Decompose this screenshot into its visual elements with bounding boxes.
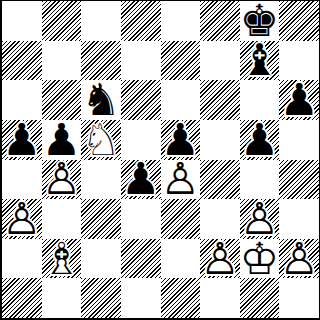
piece-white-pawn[interactable]: ♟♙ [240, 199, 280, 239]
square-b1[interactable] [42, 278, 82, 318]
square-h4[interactable] [279, 160, 319, 200]
square-f3[interactable] [200, 199, 240, 239]
square-b4[interactable]: ♟♙ [42, 160, 82, 200]
square-e5[interactable]: ♟♟ [161, 120, 201, 160]
square-e6[interactable] [161, 80, 201, 120]
square-e1[interactable] [161, 278, 201, 318]
white-pawn-icon: ♙ [2, 199, 42, 239]
white-pawn-halo: ♟ [161, 160, 201, 200]
square-f8[interactable] [200, 1, 240, 41]
black-king-icon: ♚ [240, 1, 280, 41]
piece-black-pawn[interactable]: ♟♟ [240, 120, 280, 160]
square-a8[interactable] [2, 1, 42, 41]
piece-black-pawn[interactable]: ♟♟ [279, 80, 319, 120]
white-pawn-halo: ♟ [2, 199, 42, 239]
white-pawn-halo: ♟ [240, 199, 280, 239]
black-pawn-halo: ♟ [279, 80, 319, 120]
white-king-halo: ♚ [240, 239, 280, 279]
square-g2[interactable]: ♚♔ [240, 239, 280, 279]
piece-white-pawn[interactable]: ♟♙ [42, 160, 82, 200]
black-pawn-icon: ♟ [42, 120, 82, 160]
square-g1[interactable] [240, 278, 280, 318]
square-c3[interactable] [81, 199, 121, 239]
square-d2[interactable] [121, 239, 161, 279]
black-king-halo: ♚ [240, 1, 280, 41]
square-h2[interactable]: ♟♙ [279, 239, 319, 279]
square-h1[interactable] [279, 278, 319, 318]
black-pawn-halo: ♟ [2, 120, 42, 160]
piece-white-pawn[interactable]: ♟♙ [161, 160, 201, 200]
piece-black-knight[interactable]: ♞♞ [81, 80, 121, 120]
square-e7[interactable] [161, 41, 201, 81]
square-a3[interactable]: ♟♙ [2, 199, 42, 239]
piece-white-knight[interactable]: ♞♘ [81, 120, 121, 160]
square-e8[interactable] [161, 1, 201, 41]
black-pawn-halo: ♟ [240, 120, 280, 160]
square-d5[interactable] [121, 120, 161, 160]
square-g3[interactable]: ♟♙ [240, 199, 280, 239]
white-pawn-icon: ♙ [161, 160, 201, 200]
square-h7[interactable] [279, 41, 319, 81]
square-c6[interactable]: ♞♞ [81, 80, 121, 120]
black-pawn-halo: ♟ [121, 160, 161, 200]
square-c8[interactable] [81, 1, 121, 41]
square-c4[interactable] [81, 160, 121, 200]
square-d1[interactable] [121, 278, 161, 318]
black-bishop-halo: ♝ [240, 41, 280, 81]
piece-white-pawn[interactable]: ♟♙ [279, 239, 319, 279]
piece-white-pawn[interactable]: ♟♙ [200, 239, 240, 279]
square-d3[interactable] [121, 199, 161, 239]
square-c1[interactable] [81, 278, 121, 318]
square-b8[interactable] [42, 1, 82, 41]
square-f1[interactable] [200, 278, 240, 318]
square-a1[interactable] [2, 278, 42, 318]
square-g6[interactable] [240, 80, 280, 120]
square-h3[interactable] [279, 199, 319, 239]
square-a5[interactable]: ♟♟ [2, 120, 42, 160]
square-h6[interactable]: ♟♟ [279, 80, 319, 120]
square-d6[interactable] [121, 80, 161, 120]
square-g7[interactable]: ♝♝ [240, 41, 280, 81]
black-pawn-icon: ♟ [240, 120, 280, 160]
square-g4[interactable] [240, 160, 280, 200]
piece-white-bishop[interactable]: ♝♗ [42, 239, 82, 279]
square-a6[interactable] [2, 80, 42, 120]
square-f2[interactable]: ♟♙ [200, 239, 240, 279]
white-pawn-icon: ♙ [279, 239, 319, 279]
chess-board: ♚♚♝♝♞♞♟♟♟♟♟♟♞♘♟♟♟♟♟♙♟♟♟♙♟♙♟♙♝♗♟♙♚♔♟♙ [0, 0, 320, 320]
square-b6[interactable] [42, 80, 82, 120]
black-pawn-icon: ♟ [279, 80, 319, 120]
white-bishop-icon: ♗ [42, 239, 82, 279]
square-f7[interactable] [200, 41, 240, 81]
square-d7[interactable] [121, 41, 161, 81]
square-f4[interactable] [200, 160, 240, 200]
square-a4[interactable] [2, 160, 42, 200]
square-d4[interactable]: ♟♟ [121, 160, 161, 200]
piece-white-pawn[interactable]: ♟♙ [2, 199, 42, 239]
white-pawn-halo: ♟ [42, 160, 82, 200]
square-h5[interactable] [279, 120, 319, 160]
black-bishop-icon: ♝ [240, 41, 280, 81]
white-bishop-halo: ♝ [42, 239, 82, 279]
square-c7[interactable] [81, 41, 121, 81]
square-g8[interactable]: ♚♚ [240, 1, 280, 41]
black-knight-icon: ♞ [81, 80, 121, 120]
square-g5[interactable]: ♟♟ [240, 120, 280, 160]
black-pawn-icon: ♟ [2, 120, 42, 160]
white-pawn-halo: ♟ [200, 239, 240, 279]
square-c2[interactable] [81, 239, 121, 279]
square-h8[interactable] [279, 1, 319, 41]
square-e3[interactable] [161, 199, 201, 239]
square-a2[interactable] [2, 239, 42, 279]
piece-black-pawn[interactable]: ♟♟ [42, 120, 82, 160]
square-d8[interactable] [121, 1, 161, 41]
white-king-icon: ♔ [240, 239, 280, 279]
square-e4[interactable]: ♟♙ [161, 160, 201, 200]
black-pawn-halo: ♟ [42, 120, 82, 160]
piece-black-pawn[interactable]: ♟♟ [161, 120, 201, 160]
piece-black-bishop[interactable]: ♝♝ [240, 41, 280, 81]
square-f5[interactable] [200, 120, 240, 160]
black-pawn-icon: ♟ [161, 120, 201, 160]
square-e2[interactable] [161, 239, 201, 279]
white-knight-icon: ♘ [81, 120, 121, 160]
square-b5[interactable]: ♟♟ [42, 120, 82, 160]
white-pawn-halo: ♟ [279, 239, 319, 279]
white-pawn-icon: ♙ [240, 199, 280, 239]
square-c5[interactable]: ♞♘ [81, 120, 121, 160]
square-b7[interactable] [42, 41, 82, 81]
piece-white-king[interactable]: ♚♔ [240, 239, 280, 279]
piece-black-king[interactable]: ♚♚ [240, 1, 280, 41]
square-f6[interactable] [200, 80, 240, 120]
black-pawn-icon: ♟ [121, 160, 161, 200]
white-pawn-icon: ♙ [42, 160, 82, 200]
square-b3[interactable] [42, 199, 82, 239]
square-b2[interactable]: ♝♗ [42, 239, 82, 279]
piece-black-pawn[interactable]: ♟♟ [121, 160, 161, 200]
black-knight-halo: ♞ [81, 80, 121, 120]
square-a7[interactable] [2, 41, 42, 81]
white-knight-halo: ♞ [81, 120, 121, 160]
black-pawn-halo: ♟ [161, 120, 201, 160]
piece-black-pawn[interactable]: ♟♟ [2, 120, 42, 160]
white-pawn-icon: ♙ [200, 239, 240, 279]
